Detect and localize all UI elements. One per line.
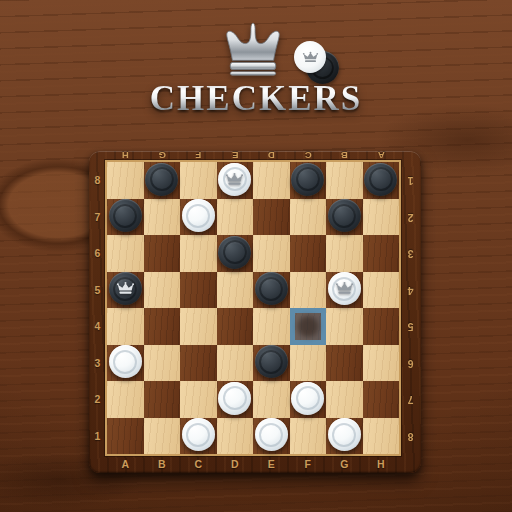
- white-king-D8[interactable]: [218, 163, 251, 196]
- square-C4[interactable]: [180, 308, 217, 345]
- rank-label-left-7: 7: [90, 199, 105, 236]
- square-C3[interactable]: [180, 345, 217, 382]
- white-man-C7[interactable]: [182, 199, 215, 232]
- black-man-E5[interactable]: [255, 272, 288, 305]
- square-D7[interactable]: [217, 199, 254, 236]
- square-F1[interactable]: [290, 418, 327, 455]
- square-B2[interactable]: [144, 381, 181, 418]
- black-king-A5[interactable]: [109, 272, 142, 305]
- square-B8[interactable]: [144, 162, 181, 199]
- square-C6[interactable]: [180, 235, 217, 272]
- file-labels-bottom: ABCDEFGH: [107, 456, 399, 473]
- rank-label-right-2: 2: [403, 199, 418, 236]
- square-F7[interactable]: [290, 199, 327, 236]
- square-A3[interactable]: [107, 345, 144, 382]
- crown-emblem-icon: [302, 51, 319, 64]
- white-man-C1[interactable]: [182, 418, 215, 451]
- rank-labels-left: 87654321: [90, 162, 105, 454]
- rank-label-left-5: 5: [90, 272, 105, 309]
- square-B4[interactable]: [144, 308, 181, 345]
- rank-labels-right: 12345678: [403, 162, 418, 454]
- square-F6[interactable]: [290, 235, 327, 272]
- black-man-D6[interactable]: [218, 236, 251, 269]
- square-E7[interactable]: [253, 199, 290, 236]
- square-E6[interactable]: [253, 235, 290, 272]
- file-label-bottom-H: H: [363, 456, 400, 473]
- square-C2[interactable]: [180, 381, 217, 418]
- white-man-E1[interactable]: [255, 418, 288, 451]
- rank-label-left-8: 8: [90, 162, 105, 199]
- king-crown-icon: [335, 281, 354, 296]
- square-B1[interactable]: [144, 418, 181, 455]
- king-crown-icon: [116, 281, 135, 296]
- square-E1[interactable]: [253, 418, 290, 455]
- square-G6[interactable]: [326, 235, 363, 272]
- square-C5[interactable]: [180, 272, 217, 309]
- square-C8[interactable]: [180, 162, 217, 199]
- square-H6[interactable]: [363, 235, 400, 272]
- white-man-A3[interactable]: [109, 345, 142, 378]
- move-highlight: [296, 314, 321, 339]
- square-B7[interactable]: [144, 199, 181, 236]
- square-E2[interactable]: [253, 381, 290, 418]
- rank-label-left-1: 1: [90, 418, 105, 455]
- file-label-bottom-G: G: [326, 456, 363, 473]
- square-E3[interactable]: [253, 345, 290, 382]
- logo-white-checker-icon: [294, 41, 326, 73]
- black-man-E3[interactable]: [255, 345, 288, 378]
- square-H2[interactable]: [363, 381, 400, 418]
- square-G5[interactable]: [326, 272, 363, 309]
- square-H4[interactable]: [363, 308, 400, 345]
- square-D8[interactable]: [217, 162, 254, 199]
- square-C7[interactable]: [180, 199, 217, 236]
- square-G2[interactable]: [326, 381, 363, 418]
- white-king-G5[interactable]: [328, 272, 361, 305]
- rank-label-right-1: 1: [403, 162, 418, 199]
- rank-label-right-6: 6: [403, 345, 418, 382]
- square-G8[interactable]: [326, 162, 363, 199]
- crown-logo-icon: [220, 19, 286, 81]
- white-man-D2[interactable]: [218, 382, 251, 415]
- square-D6[interactable]: [217, 235, 254, 272]
- square-A8[interactable]: [107, 162, 144, 199]
- square-H5[interactable]: [363, 272, 400, 309]
- square-D1[interactable]: [217, 418, 254, 455]
- square-H8[interactable]: [363, 162, 400, 199]
- square-A1[interactable]: [107, 418, 144, 455]
- square-E5[interactable]: [253, 272, 290, 309]
- square-E4[interactable]: [253, 308, 290, 345]
- black-man-B8[interactable]: [145, 163, 178, 196]
- square-A2[interactable]: [107, 381, 144, 418]
- file-label-bottom-F: F: [290, 456, 327, 473]
- rank-label-right-4: 4: [403, 272, 418, 309]
- square-F8[interactable]: [290, 162, 327, 199]
- black-man-G7[interactable]: [328, 199, 361, 232]
- game-screen: CHECKERS HGFEDCBA ABCDEFGH 87654321 1234…: [0, 0, 512, 512]
- square-G4[interactable]: [326, 308, 363, 345]
- file-label-bottom-B: B: [144, 456, 181, 473]
- rank-label-right-7: 7: [403, 381, 418, 418]
- square-A6[interactable]: [107, 235, 144, 272]
- file-label-bottom-E: E: [253, 456, 290, 473]
- square-D2[interactable]: [217, 381, 254, 418]
- square-A7[interactable]: [107, 199, 144, 236]
- board-grid: [105, 160, 401, 456]
- square-E8[interactable]: [253, 162, 290, 199]
- square-B6[interactable]: [144, 235, 181, 272]
- black-man-A7[interactable]: [109, 199, 142, 232]
- square-F3[interactable]: [290, 345, 327, 382]
- square-H1[interactable]: [363, 418, 400, 455]
- square-F4-highlighted[interactable]: [290, 308, 327, 345]
- file-label-bottom-C: C: [180, 456, 217, 473]
- white-man-G1[interactable]: [328, 418, 361, 451]
- black-man-H8[interactable]: [364, 163, 397, 196]
- square-D5[interactable]: [217, 272, 254, 309]
- rank-label-right-8: 8: [403, 418, 418, 455]
- rank-label-right-5: 5: [403, 308, 418, 345]
- square-D4[interactable]: [217, 308, 254, 345]
- square-G7[interactable]: [326, 199, 363, 236]
- rank-label-left-2: 2: [90, 381, 105, 418]
- black-man-F8[interactable]: [291, 163, 324, 196]
- square-B5[interactable]: [144, 272, 181, 309]
- square-G3[interactable]: [326, 345, 363, 382]
- square-F5[interactable]: [290, 272, 327, 309]
- checkers-board: HGFEDCBA ABCDEFGH 87654321 12345678: [89, 151, 421, 473]
- square-F2[interactable]: [290, 381, 327, 418]
- white-man-F2[interactable]: [291, 382, 324, 415]
- rank-label-left-3: 3: [90, 345, 105, 382]
- game-title: CHECKERS: [0, 81, 512, 116]
- rank-label-left-4: 4: [90, 308, 105, 345]
- square-B3[interactable]: [144, 345, 181, 382]
- square-A4[interactable]: [107, 308, 144, 345]
- square-G1[interactable]: [326, 418, 363, 455]
- square-A5[interactable]: [107, 272, 144, 309]
- square-D3[interactable]: [217, 345, 254, 382]
- square-H7[interactable]: [363, 199, 400, 236]
- rank-label-left-6: 6: [90, 235, 105, 272]
- rank-label-right-3: 3: [403, 235, 418, 272]
- file-label-bottom-D: D: [217, 456, 254, 473]
- king-crown-icon: [225, 172, 244, 187]
- file-label-bottom-A: A: [107, 456, 144, 473]
- square-C1[interactable]: [180, 418, 217, 455]
- square-H3[interactable]: [363, 345, 400, 382]
